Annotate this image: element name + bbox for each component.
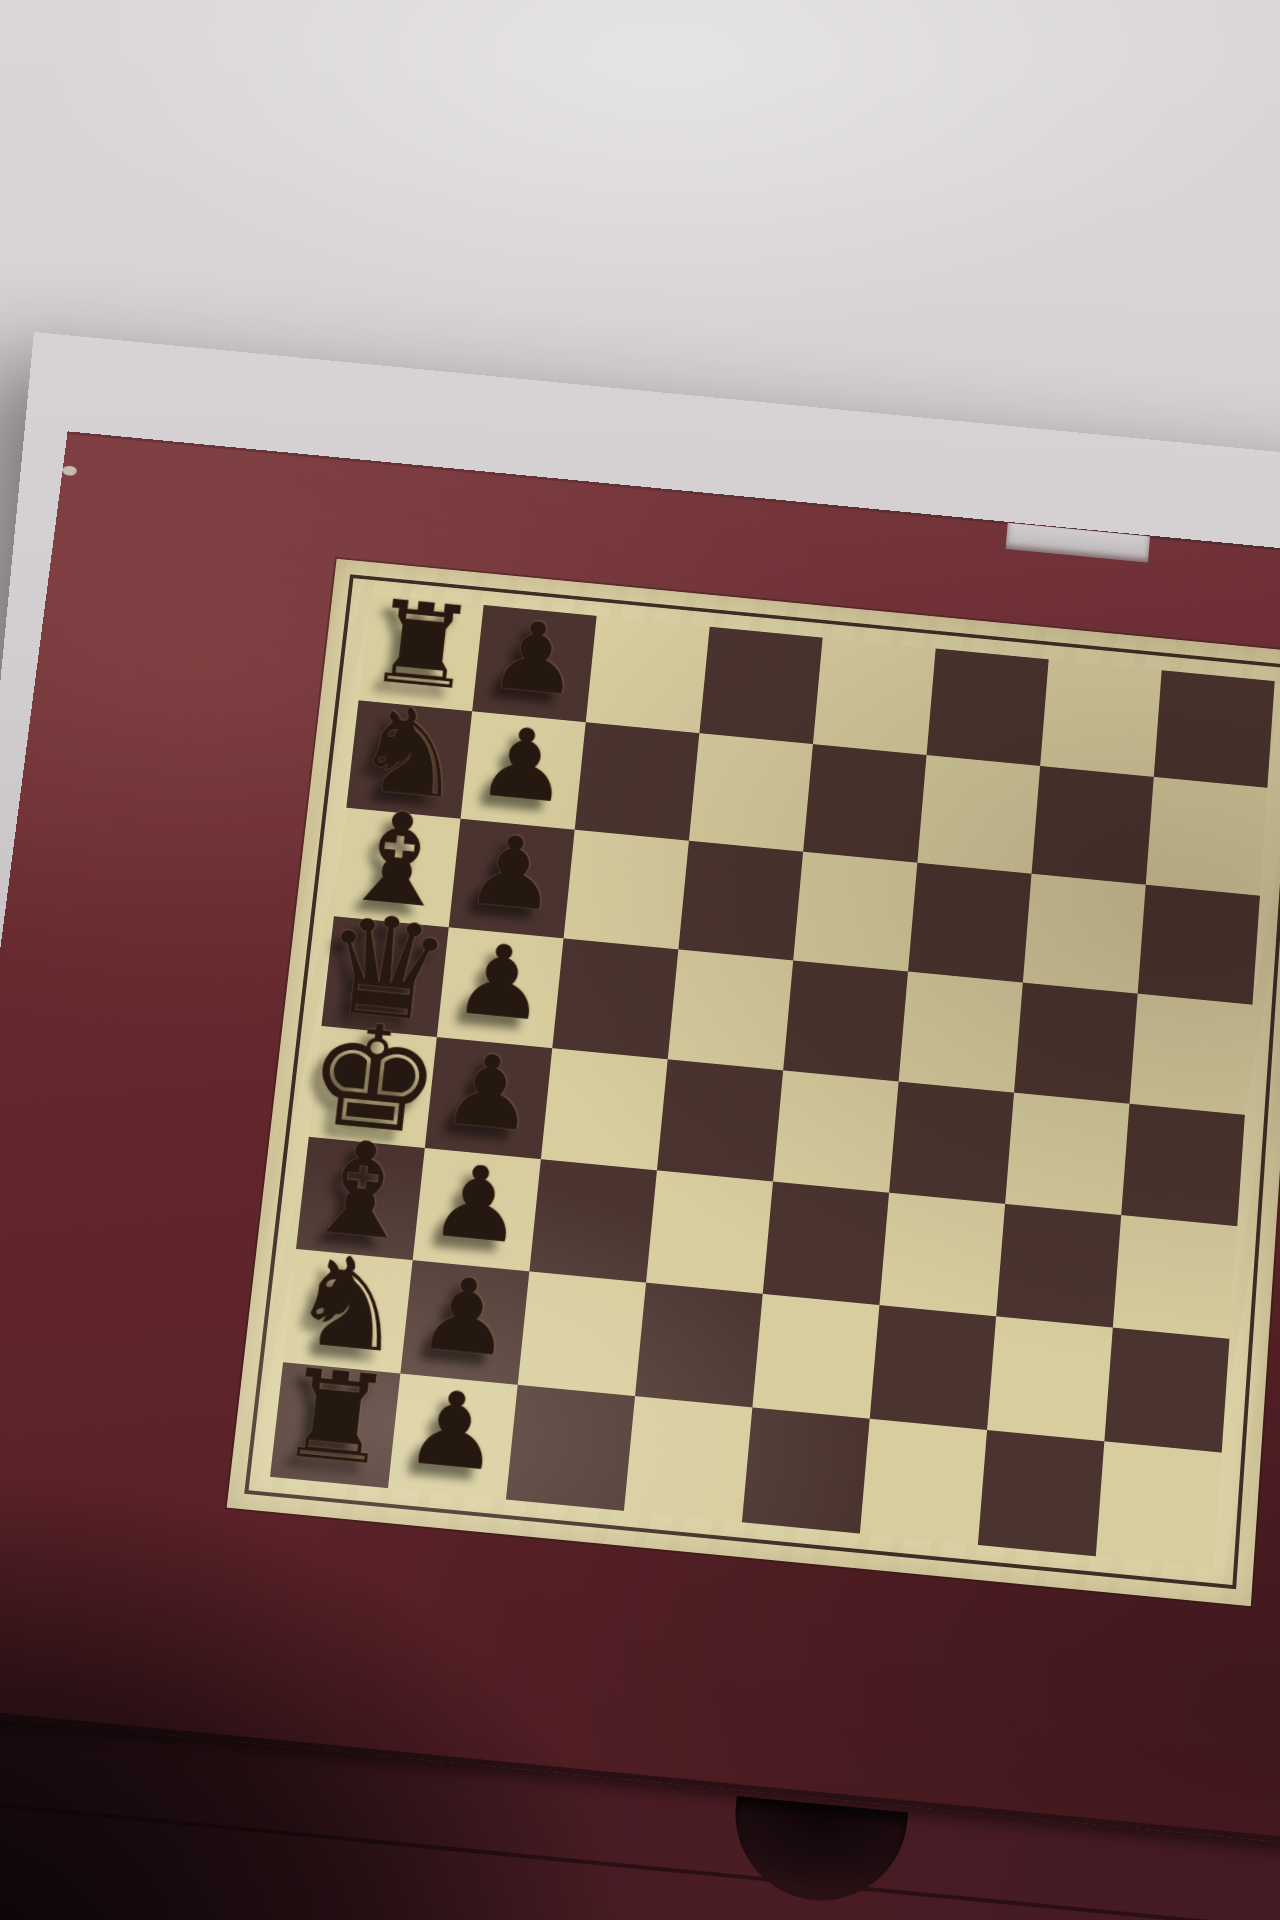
- square-d3: [899, 972, 1023, 1093]
- square-d6: [552, 938, 678, 1059]
- square-c4: [793, 852, 917, 972]
- square-g1: [1104, 1328, 1229, 1453]
- square-b6: [575, 722, 700, 840]
- square-h5: [624, 1396, 752, 1522]
- square-a4: [813, 638, 936, 755]
- piece-black-pawn-a7: ♟: [484, 606, 585, 710]
- square-d4: [783, 960, 908, 1081]
- piece-black-pawn-b7: ♟: [473, 712, 575, 818]
- square-h2: [978, 1430, 1105, 1556]
- board-border-panel: ♜♟♞♟♝♟♛♟♚♟♝♟♞♟♜♟: [227, 559, 1280, 1606]
- square-e5: [657, 1059, 783, 1181]
- square-g3: [870, 1305, 996, 1430]
- piece-black-pawn-h7: ♟: [401, 1374, 507, 1486]
- square-e3: [889, 1082, 1014, 1204]
- square-a3: [927, 648, 1049, 765]
- square-b5: [689, 733, 813, 852]
- piece-black-pawn-c7: ♟: [461, 819, 564, 926]
- box-lid-perspective: ♜♟♞♟♝♟♛♟♚♟♝♟♞♟♜♟: [0, 431, 1280, 1842]
- piece-black-pawn-f7: ♟: [425, 1149, 530, 1259]
- square-e2: [1005, 1093, 1129, 1215]
- piece-black-rook-h8: ♜: [273, 1351, 399, 1484]
- square-b2: [1032, 766, 1154, 885]
- square-e4: [773, 1070, 899, 1192]
- paint-chip: [62, 465, 77, 476]
- square-a5: [699, 627, 822, 744]
- square-h8: ♜: [270, 1362, 400, 1488]
- square-c5: [678, 841, 803, 961]
- square-f6: [529, 1159, 657, 1282]
- square-h6: [506, 1385, 635, 1511]
- square-c2: [1023, 874, 1146, 994]
- square-f5: [646, 1170, 773, 1294]
- box-lid-top: ♜♟♞♟♝♟♛♟♚♟♝♟♞♟♜♟: [0, 431, 1280, 1842]
- square-g5: [635, 1283, 763, 1408]
- square-h1: [1096, 1441, 1222, 1567]
- square-a1: [1154, 670, 1275, 788]
- square-d1: [1129, 994, 1252, 1115]
- square-h7: ♟: [388, 1374, 518, 1500]
- square-f4: [763, 1182, 889, 1306]
- square-h4: [742, 1407, 870, 1533]
- square-a6: [586, 616, 710, 733]
- square-f3: [879, 1193, 1005, 1317]
- chess-box: ♜♟♞♟♝♟♛♟♚♟♝♟♞♟♜♟: [0, 332, 1280, 1920]
- square-b1: [1146, 777, 1268, 896]
- square-f2: [996, 1204, 1121, 1328]
- square-f1: [1113, 1215, 1237, 1339]
- square-c3: [908, 863, 1032, 983]
- square-a2: [1040, 659, 1162, 777]
- piece-black-pawn-g7: ♟: [413, 1261, 518, 1372]
- square-h3: [860, 1419, 987, 1545]
- square-e6: [541, 1048, 668, 1170]
- square-c6: [564, 830, 689, 950]
- photo-scene: ♜♟♞♟♝♟♛♟♚♟♝♟♞♟♜♟: [0, 0, 1280, 1920]
- square-d2: [1014, 983, 1138, 1104]
- square-c1: [1138, 885, 1260, 1005]
- piece-black-pawn-e7: ♟: [437, 1038, 541, 1147]
- finger-notch-top: [1006, 523, 1150, 563]
- square-g4: [752, 1294, 879, 1419]
- piece-black-pawn-d7: ♟: [449, 928, 552, 1036]
- square-g2: [987, 1316, 1113, 1441]
- square-b4: [803, 744, 926, 863]
- square-g6: [518, 1271, 646, 1396]
- square-b3: [917, 755, 1040, 874]
- square-e1: [1121, 1104, 1245, 1226]
- chess-board-grid: ♜♟♞♟♝♟♛♟♚♟♝♟♞♟♜♟: [270, 594, 1275, 1568]
- square-d5: [668, 949, 793, 1070]
